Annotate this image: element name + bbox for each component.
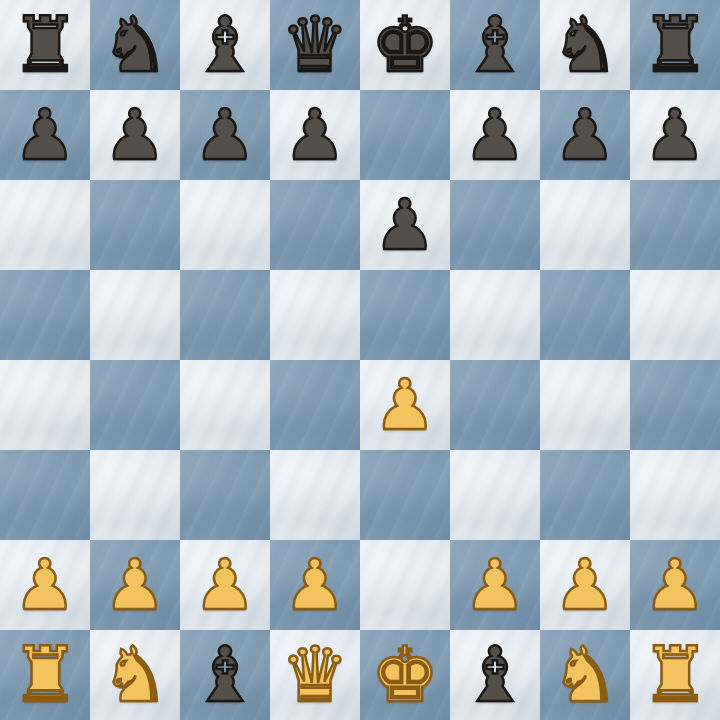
piece-white-knight[interactable]: ♞ — [101, 630, 169, 720]
piece-white-queen[interactable]: ♛ — [281, 630, 349, 720]
square-c5[interactable] — [180, 270, 270, 360]
square-b7[interactable]: ♟ — [90, 90, 180, 180]
piece-white-pawn[interactable]: ♟ — [194, 540, 257, 630]
square-d8[interactable]: ♛ — [270, 0, 360, 90]
piece-black-knight[interactable]: ♞ — [101, 0, 169, 90]
square-h7[interactable]: ♟ — [630, 90, 720, 180]
piece-white-bishop[interactable]: ♝ — [461, 630, 529, 720]
square-b2[interactable]: ♟ — [90, 540, 180, 630]
piece-white-pawn[interactable]: ♟ — [14, 540, 77, 630]
piece-white-pawn[interactable]: ♟ — [104, 540, 167, 630]
square-f2[interactable]: ♟ — [450, 540, 540, 630]
piece-black-pawn[interactable]: ♟ — [14, 90, 77, 180]
square-b6[interactable] — [90, 180, 180, 270]
square-g8[interactable]: ♞ — [540, 0, 630, 90]
square-f5[interactable] — [450, 270, 540, 360]
square-d6[interactable] — [270, 180, 360, 270]
square-d3[interactable] — [270, 450, 360, 540]
square-a4[interactable] — [0, 360, 90, 450]
square-f6[interactable] — [450, 180, 540, 270]
square-f7[interactable]: ♟ — [450, 90, 540, 180]
square-b3[interactable] — [90, 450, 180, 540]
square-d2[interactable]: ♟ — [270, 540, 360, 630]
square-b1[interactable]: ♞ — [90, 630, 180, 720]
square-g6[interactable] — [540, 180, 630, 270]
piece-black-pawn[interactable]: ♟ — [374, 180, 437, 270]
piece-white-pawn[interactable]: ♟ — [284, 540, 347, 630]
piece-black-knight[interactable]: ♞ — [551, 0, 619, 90]
square-f1[interactable]: ♝ — [450, 630, 540, 720]
square-b8[interactable]: ♞ — [90, 0, 180, 90]
square-c8[interactable]: ♝ — [180, 0, 270, 90]
piece-black-bishop[interactable]: ♝ — [461, 0, 529, 90]
square-h3[interactable] — [630, 450, 720, 540]
chess-board: ♜♞♝♛♚♝♞♜♟♟♟♟♟♟♟♟♟♟♟♟♟♟♟♟♜♞♝♛♚♝♞♜ — [0, 0, 720, 720]
square-h4[interactable] — [630, 360, 720, 450]
square-c4[interactable] — [180, 360, 270, 450]
piece-black-pawn[interactable]: ♟ — [194, 90, 257, 180]
piece-black-pawn[interactable]: ♟ — [464, 90, 527, 180]
square-g7[interactable]: ♟ — [540, 90, 630, 180]
piece-black-rook[interactable]: ♜ — [11, 0, 79, 90]
square-h1[interactable]: ♜ — [630, 630, 720, 720]
square-d7[interactable]: ♟ — [270, 90, 360, 180]
piece-black-pawn[interactable]: ♟ — [104, 90, 167, 180]
square-c1[interactable]: ♝ — [180, 630, 270, 720]
square-e3[interactable] — [360, 450, 450, 540]
square-h8[interactable]: ♜ — [630, 0, 720, 90]
square-a3[interactable] — [0, 450, 90, 540]
square-a1[interactable]: ♜ — [0, 630, 90, 720]
piece-white-knight[interactable]: ♞ — [551, 630, 619, 720]
square-h5[interactable] — [630, 270, 720, 360]
square-h6[interactable] — [630, 180, 720, 270]
square-e8[interactable]: ♚ — [360, 0, 450, 90]
square-b4[interactable] — [90, 360, 180, 450]
piece-white-pawn[interactable]: ♟ — [464, 540, 527, 630]
square-c2[interactable]: ♟ — [180, 540, 270, 630]
square-g5[interactable] — [540, 270, 630, 360]
square-c7[interactable]: ♟ — [180, 90, 270, 180]
piece-white-pawn[interactable]: ♟ — [554, 540, 617, 630]
square-g3[interactable] — [540, 450, 630, 540]
square-e1[interactable]: ♚ — [360, 630, 450, 720]
square-f3[interactable] — [450, 450, 540, 540]
square-d4[interactable] — [270, 360, 360, 450]
piece-white-rook[interactable]: ♜ — [641, 630, 709, 720]
square-a2[interactable]: ♟ — [0, 540, 90, 630]
square-d5[interactable] — [270, 270, 360, 360]
square-a7[interactable]: ♟ — [0, 90, 90, 180]
square-e7[interactable] — [360, 90, 450, 180]
piece-black-pawn[interactable]: ♟ — [644, 90, 707, 180]
piece-black-king[interactable]: ♚ — [371, 0, 439, 90]
square-e4[interactable]: ♟ — [360, 360, 450, 450]
square-e2[interactable] — [360, 540, 450, 630]
square-b5[interactable] — [90, 270, 180, 360]
square-d1[interactable]: ♛ — [270, 630, 360, 720]
piece-black-pawn[interactable]: ♟ — [554, 90, 617, 180]
piece-white-pawn[interactable]: ♟ — [374, 360, 437, 450]
piece-white-king[interactable]: ♚ — [371, 630, 439, 720]
piece-white-pawn[interactable]: ♟ — [644, 540, 707, 630]
square-a5[interactable] — [0, 270, 90, 360]
square-f4[interactable] — [450, 360, 540, 450]
piece-black-pawn[interactable]: ♟ — [284, 90, 347, 180]
square-a6[interactable] — [0, 180, 90, 270]
square-a8[interactable]: ♜ — [0, 0, 90, 90]
square-e6[interactable]: ♟ — [360, 180, 450, 270]
piece-white-bishop[interactable]: ♝ — [191, 630, 259, 720]
piece-black-queen[interactable]: ♛ — [281, 0, 349, 90]
square-e5[interactable] — [360, 270, 450, 360]
square-g2[interactable]: ♟ — [540, 540, 630, 630]
piece-white-rook[interactable]: ♜ — [11, 630, 79, 720]
square-g1[interactable]: ♞ — [540, 630, 630, 720]
square-f8[interactable]: ♝ — [450, 0, 540, 90]
square-h2[interactable]: ♟ — [630, 540, 720, 630]
square-g4[interactable] — [540, 360, 630, 450]
square-c6[interactable] — [180, 180, 270, 270]
piece-black-bishop[interactable]: ♝ — [191, 0, 259, 90]
piece-black-rook[interactable]: ♜ — [641, 0, 709, 90]
square-c3[interactable] — [180, 450, 270, 540]
